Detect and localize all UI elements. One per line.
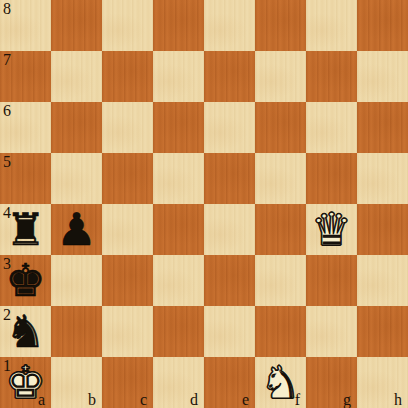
rank-label-7: 7 [3,52,11,68]
square-c2[interactable] [102,306,153,357]
square-c5[interactable] [102,153,153,204]
file-label-e: e [242,392,249,408]
square-b6[interactable] [51,102,102,153]
square-f2[interactable] [255,306,306,357]
square-h7[interactable] [357,51,408,102]
square-g7[interactable] [306,51,357,102]
square-d5[interactable] [153,153,204,204]
square-e3[interactable] [204,255,255,306]
square-c6[interactable] [102,102,153,153]
square-c3[interactable] [102,255,153,306]
square-e8[interactable] [204,0,255,51]
square-d4[interactable] [153,204,204,255]
square-g3[interactable] [306,255,357,306]
file-label-d: d [190,392,198,408]
square-b5[interactable] [51,153,102,204]
piece-black-pawn-b4[interactable]: ♟ [51,204,102,255]
rank-label-8: 8 [3,1,11,17]
square-a6[interactable]: 6 [0,102,51,153]
square-d2[interactable] [153,306,204,357]
square-d8[interactable] [153,0,204,51]
file-label-h: h [394,392,402,408]
square-a1[interactable]: 1a♚ [0,357,51,408]
square-b7[interactable] [51,51,102,102]
square-g5[interactable] [306,153,357,204]
chess-board: 87654♜♟♛3♚2♞1a♚bcdef♞gh [0,0,408,408]
file-label-b: b [88,392,96,408]
square-h1[interactable]: h [357,357,408,408]
square-g2[interactable] [306,306,357,357]
square-f5[interactable] [255,153,306,204]
rank-label-5: 5 [3,154,11,170]
square-g8[interactable] [306,0,357,51]
square-a3[interactable]: 3♚ [0,255,51,306]
square-f4[interactable] [255,204,306,255]
square-a7[interactable]: 7 [0,51,51,102]
square-c8[interactable] [102,0,153,51]
file-label-g: g [343,392,351,408]
file-label-c: c [140,392,147,408]
square-b2[interactable] [51,306,102,357]
square-b8[interactable] [51,0,102,51]
square-a8[interactable]: 8 [0,0,51,51]
square-d1[interactable]: d [153,357,204,408]
square-g4[interactable]: ♛ [306,204,357,255]
square-d7[interactable] [153,51,204,102]
square-e7[interactable] [204,51,255,102]
square-f3[interactable] [255,255,306,306]
square-f1[interactable]: f♞ [255,357,306,408]
piece-black-rook-a4[interactable]: ♜ [0,204,51,255]
square-e2[interactable] [204,306,255,357]
square-g6[interactable] [306,102,357,153]
square-a4[interactable]: 4♜ [0,204,51,255]
piece-white-knight-f1[interactable]: ♞ [255,357,306,408]
piece-white-queen-g4[interactable]: ♛ [306,204,357,255]
piece-black-knight-a2[interactable]: ♞ [0,306,51,357]
square-c1[interactable]: c [102,357,153,408]
piece-black-king-a3[interactable]: ♚ [0,255,51,306]
square-h6[interactable] [357,102,408,153]
square-b4[interactable]: ♟ [51,204,102,255]
square-h8[interactable] [357,0,408,51]
square-e1[interactable]: e [204,357,255,408]
square-c7[interactable] [102,51,153,102]
square-e4[interactable] [204,204,255,255]
square-b3[interactable] [51,255,102,306]
square-d3[interactable] [153,255,204,306]
square-c4[interactable] [102,204,153,255]
square-f6[interactable] [255,102,306,153]
square-h3[interactable] [357,255,408,306]
square-g1[interactable]: g [306,357,357,408]
square-h4[interactable] [357,204,408,255]
rank-label-6: 6 [3,103,11,119]
square-h5[interactable] [357,153,408,204]
square-a5[interactable]: 5 [0,153,51,204]
square-f7[interactable] [255,51,306,102]
square-f8[interactable] [255,0,306,51]
square-e6[interactable] [204,102,255,153]
square-d6[interactable] [153,102,204,153]
square-e5[interactable] [204,153,255,204]
square-a2[interactable]: 2♞ [0,306,51,357]
piece-white-king-a1[interactable]: ♚ [0,357,51,408]
square-h2[interactable] [357,306,408,357]
square-b1[interactable]: b [51,357,102,408]
